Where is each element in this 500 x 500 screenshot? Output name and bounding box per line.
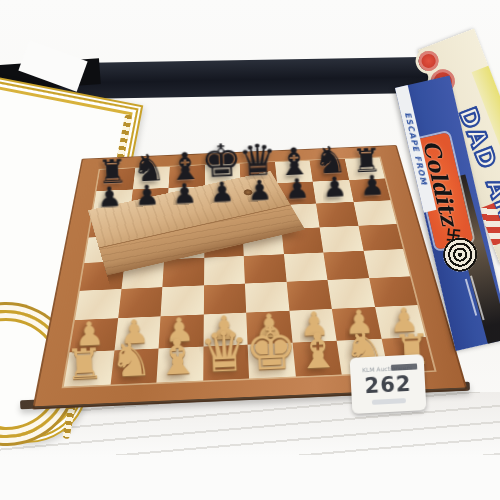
piece-white-bishop[interactable]: ♝ [155, 332, 201, 383]
piece-white-queen[interactable]: ♛ [198, 323, 250, 381]
lot-number: 262 [364, 373, 412, 396]
tag-smudge [391, 363, 417, 370]
piece-white-king[interactable]: ♚ [244, 318, 299, 379]
piece-black-pawn[interactable]: ♟ [359, 172, 385, 200]
tag-small-print [372, 398, 406, 405]
piece-white-rook[interactable]: ♜ [65, 343, 104, 387]
dark-shelf-edge [48, 56, 451, 99]
piece-black-pawn[interactable]: ♟ [284, 175, 310, 203]
piece-white-bishop[interactable]: ♝ [295, 326, 341, 377]
lot-tag: KLM Auctioneers 262 [350, 354, 427, 414]
piece-black-pawn[interactable]: ♟ [322, 173, 348, 201]
piece-white-knight[interactable]: ♞ [109, 335, 154, 385]
auction-photo-scene: ♜♞♝♚♛♝♞♜♟♟♟♟♟♟♟♟♟♟♟♟♟♟♟♟♜♞♝♛♚♝♞♜ DAD ARM… [0, 0, 500, 500]
